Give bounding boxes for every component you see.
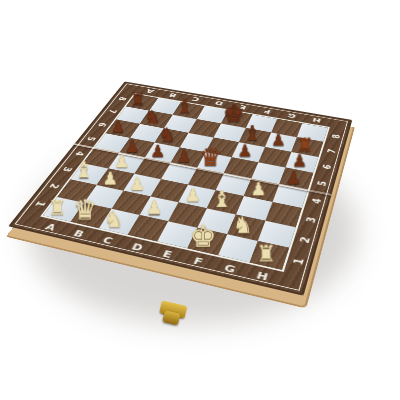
rank-label-right-7: 7 (316, 143, 347, 160)
dark-pawn-h6: ♟ (285, 153, 313, 170)
white-pawn-d2: ♟ (139, 199, 170, 218)
chess-grid: ♜♝♚♞♝♟♜♟♞♟♟♟♟♟♛♟♟♟♝♟♟♟♝♟♞♜♛♞♚♜ (43, 94, 328, 270)
board-face: ♜♝♚♞♝♟♜♟♞♟♟♟♟♟♛♟♟♟♝♟♟♟♝♟♞♜♛♞♚♜ AABBCCDDE… (8, 81, 352, 295)
square-c4[interactable] (134, 158, 170, 179)
dark-pawn-g7: ♟ (265, 133, 292, 149)
white-pawn-g4: ♟ (244, 180, 274, 198)
clasp-hasp (162, 310, 180, 325)
rank-label-right-8: 8 (321, 128, 351, 144)
square-f5[interactable] (224, 157, 258, 178)
white-rook-a1: ♜ (42, 197, 73, 218)
white-pawn-b4: ♟ (108, 153, 136, 170)
dark-pawn-h5: ♟ (279, 169, 308, 187)
white-pawn-e3: ♟ (178, 187, 208, 205)
dark-queen-e5: ♛ (197, 145, 225, 170)
folding-chess-board: ♜♝♚♞♝♟♜♟♞♟♟♟♟♟♛♟♟♟♝♟♟♟♝♟♞♜♛♞♚♜ AABBCCDDE… (8, 81, 352, 295)
rank-label-right-6: 6 (311, 158, 343, 176)
square-g5[interactable] (251, 162, 285, 184)
square-h5[interactable]: ♟ (279, 168, 313, 190)
scene-3d: ♜♝♚♞♝♟♜♟♞♟♟♟♟♟♛♟♟♟♝♟♟♟♝♟♞♜♛♞♚♜ AABBCCDDE… (0, 0, 400, 400)
square-g4[interactable]: ♟ (244, 179, 279, 202)
white-knight-g2: ♞ (227, 214, 259, 237)
chess-set-photo: ♜♝♚♞♝♟♜♟♞♟♟♟♟♟♛♟♟♟♝♟♟♟♝♟♞♜♛♞♚♜ AABBCCDDE… (0, 0, 400, 400)
